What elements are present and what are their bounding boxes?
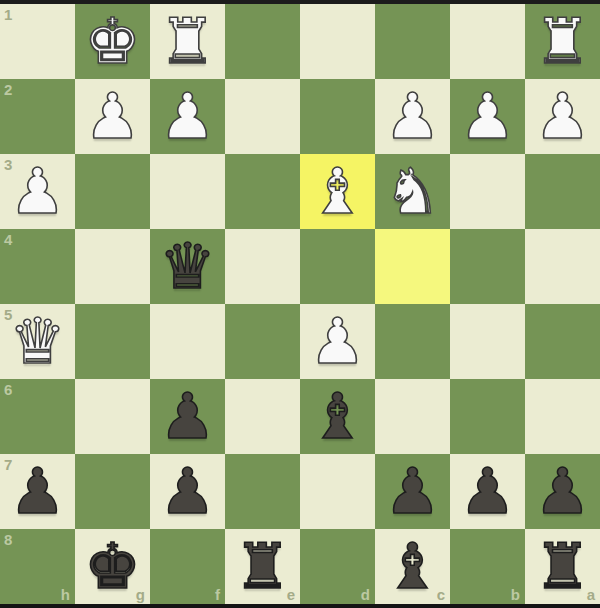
- square-d4[interactable]: [300, 229, 375, 304]
- piece-black-rook[interactable]: ♜: [534, 529, 590, 604]
- square-c2[interactable]: ♟: [375, 79, 450, 154]
- piece-black-queen[interactable]: ♛: [159, 229, 215, 304]
- square-d2[interactable]: [300, 79, 375, 154]
- square-b1[interactable]: [450, 4, 525, 79]
- square-d6[interactable]: ♝: [300, 379, 375, 454]
- square-c8[interactable]: ♝c: [375, 529, 450, 604]
- square-g3[interactable]: [75, 154, 150, 229]
- square-h3[interactable]: 3♟: [0, 154, 75, 229]
- piece-white-queen[interactable]: ♛: [9, 304, 65, 379]
- piece-white-bishop[interactable]: ♝: [309, 154, 365, 229]
- square-g6[interactable]: [75, 379, 150, 454]
- rank-label-1: 1: [4, 7, 12, 22]
- piece-black-king[interactable]: ♚: [84, 529, 140, 604]
- piece-white-pawn[interactable]: ♟: [309, 304, 365, 379]
- square-g1[interactable]: ♚: [75, 4, 150, 79]
- square-f4[interactable]: ♛: [150, 229, 225, 304]
- piece-white-pawn[interactable]: ♟: [534, 79, 590, 154]
- square-b4[interactable]: [450, 229, 525, 304]
- square-e2[interactable]: [225, 79, 300, 154]
- file-label-b: b: [511, 587, 520, 602]
- square-f3[interactable]: [150, 154, 225, 229]
- square-e6[interactable]: [225, 379, 300, 454]
- piece-black-pawn[interactable]: ♟: [459, 454, 515, 529]
- square-f5[interactable]: [150, 304, 225, 379]
- piece-black-pawn[interactable]: ♟: [384, 454, 440, 529]
- square-a5[interactable]: [525, 304, 600, 379]
- square-a6[interactable]: [525, 379, 600, 454]
- square-a1[interactable]: ♜: [525, 4, 600, 79]
- square-a3[interactable]: [525, 154, 600, 229]
- square-d3[interactable]: ♝: [300, 154, 375, 229]
- square-g4[interactable]: [75, 229, 150, 304]
- piece-black-rook[interactable]: ♜: [234, 529, 290, 604]
- square-d5[interactable]: ♟: [300, 304, 375, 379]
- square-d8[interactable]: d: [300, 529, 375, 604]
- chess-board: 1♚♜♜2♟♟♟♟♟3♟♝♞4♛5♛♟6♟♝7♟♟♟♟♟8h♚gf♜ed♝cb♜…: [0, 4, 600, 604]
- square-f7[interactable]: ♟: [150, 454, 225, 529]
- piece-black-pawn[interactable]: ♟: [9, 454, 65, 529]
- piece-white-knight[interactable]: ♞: [384, 154, 440, 229]
- square-h5[interactable]: 5♛: [0, 304, 75, 379]
- square-c1[interactable]: [375, 4, 450, 79]
- square-c7[interactable]: ♟: [375, 454, 450, 529]
- square-g7[interactable]: [75, 454, 150, 529]
- piece-black-pawn[interactable]: ♟: [534, 454, 590, 529]
- piece-black-pawn[interactable]: ♟: [159, 379, 215, 454]
- square-e8[interactable]: ♜e: [225, 529, 300, 604]
- piece-white-pawn[interactable]: ♟: [9, 154, 65, 229]
- rank-label-8: 8: [4, 532, 12, 547]
- square-c3[interactable]: ♞: [375, 154, 450, 229]
- square-d1[interactable]: [300, 4, 375, 79]
- piece-white-pawn[interactable]: ♟: [84, 79, 140, 154]
- piece-white-rook[interactable]: ♜: [534, 4, 590, 79]
- square-a8[interactable]: ♜a: [525, 529, 600, 604]
- screen: 1♚♜♜2♟♟♟♟♟3♟♝♞4♛5♛♟6♟♝7♟♟♟♟♟8h♚gf♜ed♝cb♜…: [0, 0, 600, 608]
- square-h2[interactable]: 2: [0, 79, 75, 154]
- piece-black-bishop[interactable]: ♝: [309, 379, 365, 454]
- square-b2[interactable]: ♟: [450, 79, 525, 154]
- piece-black-pawn[interactable]: ♟: [159, 454, 215, 529]
- square-b6[interactable]: [450, 379, 525, 454]
- square-h8[interactable]: 8h: [0, 529, 75, 604]
- square-e5[interactable]: [225, 304, 300, 379]
- square-a2[interactable]: ♟: [525, 79, 600, 154]
- square-b3[interactable]: [450, 154, 525, 229]
- file-label-d: d: [361, 587, 370, 602]
- square-f1[interactable]: ♜: [150, 4, 225, 79]
- square-e7[interactable]: [225, 454, 300, 529]
- square-c4[interactable]: [375, 229, 450, 304]
- piece-white-pawn[interactable]: ♟: [459, 79, 515, 154]
- rank-label-6: 6: [4, 382, 12, 397]
- square-h7[interactable]: 7♟: [0, 454, 75, 529]
- square-c5[interactable]: [375, 304, 450, 379]
- rank-label-4: 4: [4, 232, 12, 247]
- square-g2[interactable]: ♟: [75, 79, 150, 154]
- square-b7[interactable]: ♟: [450, 454, 525, 529]
- square-f2[interactable]: ♟: [150, 79, 225, 154]
- piece-white-pawn[interactable]: ♟: [384, 79, 440, 154]
- bottom-bar: [0, 604, 600, 608]
- square-h1[interactable]: 1: [0, 4, 75, 79]
- piece-white-king[interactable]: ♚: [84, 4, 140, 79]
- piece-white-pawn[interactable]: ♟: [159, 79, 215, 154]
- square-g5[interactable]: [75, 304, 150, 379]
- square-f6[interactable]: ♟: [150, 379, 225, 454]
- square-a7[interactable]: ♟: [525, 454, 600, 529]
- square-c6[interactable]: [375, 379, 450, 454]
- square-b5[interactable]: [450, 304, 525, 379]
- square-f8[interactable]: f: [150, 529, 225, 604]
- rank-label-2: 2: [4, 82, 12, 97]
- square-h4[interactable]: 4: [0, 229, 75, 304]
- piece-black-bishop[interactable]: ♝: [384, 529, 440, 604]
- square-d7[interactable]: [300, 454, 375, 529]
- square-b8[interactable]: b: [450, 529, 525, 604]
- file-label-h: h: [61, 587, 70, 602]
- square-e3[interactable]: [225, 154, 300, 229]
- piece-white-rook[interactable]: ♜: [159, 4, 215, 79]
- square-e1[interactable]: [225, 4, 300, 79]
- square-h6[interactable]: 6: [0, 379, 75, 454]
- square-e4[interactable]: [225, 229, 300, 304]
- square-a4[interactable]: [525, 229, 600, 304]
- square-g8[interactable]: ♚g: [75, 529, 150, 604]
- file-label-f: f: [215, 587, 220, 602]
